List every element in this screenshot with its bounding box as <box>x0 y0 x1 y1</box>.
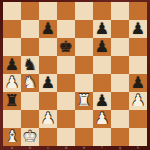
file-label-g: g <box>111 146 129 150</box>
piece-white-pawn[interactable]: ♟ <box>131 92 145 110</box>
square-h3[interactable]: ♟ <box>129 92 147 110</box>
square-a6[interactable] <box>3 38 21 56</box>
square-e5[interactable] <box>75 56 93 74</box>
square-g4[interactable] <box>111 74 129 92</box>
piece-black-pawn[interactable]: ♟ <box>5 56 19 74</box>
square-h1[interactable] <box>129 128 147 146</box>
square-h5[interactable] <box>129 56 147 74</box>
square-d1[interactable] <box>57 128 75 146</box>
piece-white-pawn[interactable]: ♟ <box>95 110 109 128</box>
square-e7[interactable] <box>75 20 93 38</box>
square-b8[interactable] <box>21 2 39 20</box>
piece-black-pawn[interactable]: ♟ <box>131 74 145 92</box>
square-c5[interactable] <box>39 56 57 74</box>
piece-black-pawn[interactable]: ♟ <box>41 74 55 92</box>
square-d2[interactable] <box>57 110 75 128</box>
file-label-b: b <box>21 146 39 150</box>
piece-white-king[interactable]: ♚ <box>23 128 37 146</box>
square-h7[interactable]: ♟ <box>129 20 147 38</box>
square-g6[interactable] <box>111 38 129 56</box>
square-a7[interactable] <box>3 20 21 38</box>
square-d4[interactable] <box>57 74 75 92</box>
square-h8[interactable] <box>129 2 147 20</box>
square-d3[interactable] <box>57 92 75 110</box>
file-label-d: d <box>57 146 75 150</box>
square-f7[interactable]: ♟ <box>93 20 111 38</box>
square-g3[interactable] <box>111 92 129 110</box>
square-g2[interactable] <box>111 110 129 128</box>
square-g1[interactable] <box>111 128 129 146</box>
square-b7[interactable] <box>21 20 39 38</box>
square-a1[interactable]: ♝ <box>3 128 21 146</box>
square-a4[interactable]: ♟ <box>3 74 21 92</box>
square-f3[interactable]: ♟ <box>93 92 111 110</box>
square-g5[interactable] <box>111 56 129 74</box>
square-b6[interactable] <box>21 38 39 56</box>
piece-black-king[interactable]: ♚ <box>59 38 73 56</box>
square-c4[interactable]: ♟ <box>39 74 57 92</box>
square-e2[interactable] <box>75 110 93 128</box>
chess-board-frame: ♟♟♟♚♟♟♞♟♞♟♟♜♜♟♟♟♟♝♚ abcdefgh <box>0 0 150 150</box>
square-f4[interactable] <box>93 74 111 92</box>
square-c3[interactable] <box>39 92 57 110</box>
piece-white-pawn[interactable]: ♟ <box>41 110 55 128</box>
piece-black-pawn[interactable]: ♟ <box>95 92 109 110</box>
square-c1[interactable] <box>39 128 57 146</box>
piece-white-knight[interactable]: ♞ <box>23 74 37 92</box>
square-f5[interactable] <box>93 56 111 74</box>
square-f8[interactable] <box>93 2 111 20</box>
piece-black-rook[interactable]: ♜ <box>5 92 19 110</box>
square-e4[interactable] <box>75 74 93 92</box>
file-labels: abcdefgh <box>3 146 147 150</box>
piece-white-pawn[interactable]: ♟ <box>5 74 19 92</box>
square-d5[interactable] <box>57 56 75 74</box>
file-label-h: h <box>129 146 147 150</box>
square-a5[interactable]: ♟ <box>3 56 21 74</box>
chess-board: ♟♟♟♚♟♟♞♟♞♟♟♜♜♟♟♟♟♝♚ <box>3 2 147 146</box>
square-d6[interactable]: ♚ <box>57 38 75 56</box>
square-d8[interactable] <box>57 2 75 20</box>
square-g8[interactable] <box>111 2 129 20</box>
square-d7[interactable] <box>57 20 75 38</box>
square-a3[interactable]: ♜ <box>3 92 21 110</box>
square-b2[interactable] <box>21 110 39 128</box>
square-b1[interactable]: ♚ <box>21 128 39 146</box>
square-f1[interactable] <box>93 128 111 146</box>
square-a2[interactable] <box>3 110 21 128</box>
square-g7[interactable] <box>111 20 129 38</box>
piece-black-knight[interactable]: ♞ <box>23 56 37 74</box>
square-c2[interactable]: ♟ <box>39 110 57 128</box>
piece-white-rook[interactable]: ♜ <box>77 92 91 110</box>
square-f2[interactable]: ♟ <box>93 110 111 128</box>
square-a8[interactable] <box>3 2 21 20</box>
file-label-a: a <box>3 146 21 150</box>
square-c8[interactable] <box>39 2 57 20</box>
square-b5[interactable]: ♞ <box>21 56 39 74</box>
piece-black-pawn[interactable]: ♟ <box>131 20 145 38</box>
square-e3[interactable]: ♜ <box>75 92 93 110</box>
square-c7[interactable]: ♟ <box>39 20 57 38</box>
file-label-c: c <box>39 146 57 150</box>
square-b4[interactable]: ♞ <box>21 74 39 92</box>
file-label-e: e <box>75 146 93 150</box>
square-e8[interactable] <box>75 2 93 20</box>
file-label-f: f <box>93 146 111 150</box>
square-f6[interactable]: ♟ <box>93 38 111 56</box>
square-b3[interactable] <box>21 92 39 110</box>
square-c6[interactable] <box>39 38 57 56</box>
piece-black-pawn[interactable]: ♟ <box>95 38 109 56</box>
piece-black-pawn[interactable]: ♟ <box>95 20 109 38</box>
square-h4[interactable]: ♟ <box>129 74 147 92</box>
square-e6[interactable] <box>75 38 93 56</box>
square-e1[interactable] <box>75 128 93 146</box>
piece-black-pawn[interactable]: ♟ <box>41 20 55 38</box>
square-h6[interactable] <box>129 38 147 56</box>
square-h2[interactable] <box>129 110 147 128</box>
piece-white-bishop[interactable]: ♝ <box>5 128 19 146</box>
